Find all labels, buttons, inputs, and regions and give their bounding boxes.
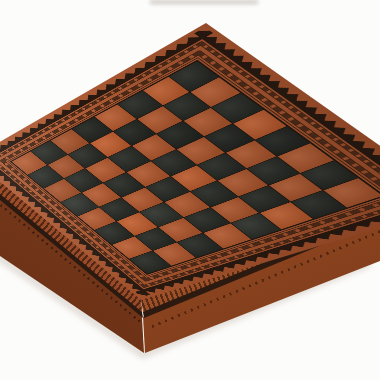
watermark-smudge bbox=[150, 0, 258, 4]
product-photo-scene bbox=[0, 0, 380, 380]
